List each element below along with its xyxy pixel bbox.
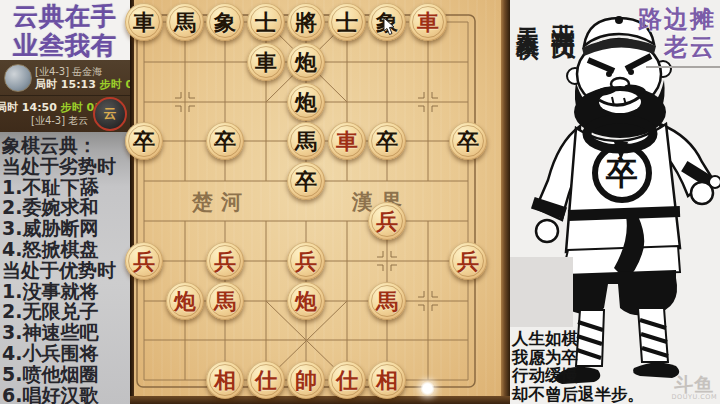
turn-indicator-dot <box>420 381 435 396</box>
piece-black-車[interactable]: 車 <box>125 3 163 41</box>
tip-line: 当处于劣势时 <box>2 156 130 177</box>
piece-glyph: 馬 <box>174 3 196 41</box>
piece-glyph: 仕 <box>255 361 277 399</box>
tips-list: 象棋云典： 当处于劣势时1.不耻下舔2.委婉求和3.威胁断网4.怒掀棋盘当处于优… <box>0 132 130 404</box>
piece-glyph: 兵 <box>457 242 479 280</box>
piece-red-車[interactable]: 車 <box>328 122 366 160</box>
piece-glyph: 炮 <box>295 43 317 81</box>
tip-line: 4.小兵围将 <box>2 343 130 364</box>
piece-red-兵[interactable]: 兵 <box>287 242 325 280</box>
quote-line: 行动缓慢 <box>512 367 644 386</box>
quote-line: 人生如棋 <box>512 330 644 349</box>
game-time-label: 局时 <box>0 101 18 114</box>
piece-glyph: 士 <box>255 3 277 41</box>
player-black-timers: 局时 15:13 步时 01:29 <box>35 78 128 91</box>
piece-glyph: 車 <box>255 43 277 81</box>
piece-red-兵[interactable]: 兵 <box>449 242 487 280</box>
piece-glyph: 馬 <box>295 122 317 160</box>
piece-glyph: 車 <box>417 3 439 41</box>
player-red-row: 局时 14:50 步时 01:30 [业4-3] 老云 云 <box>0 96 130 132</box>
piece-red-仕[interactable]: 仕 <box>328 361 366 399</box>
piece-glyph: 馬 <box>376 282 398 320</box>
piece-black-士[interactable]: 士 <box>328 3 366 41</box>
piece-glyph: 炮 <box>295 83 317 121</box>
piece-red-馬[interactable]: 馬 <box>206 282 244 320</box>
vertical-text-rank: 业三守门员 <box>547 4 579 19</box>
tip-line: 1.不耻下舔 <box>2 177 130 198</box>
quote-block: 人生如棋我愿为卒行动缓慢却不曾后退半步。 <box>512 330 644 404</box>
piece-red-兵[interactable]: 兵 <box>368 202 406 240</box>
piece-black-車[interactable]: 車 <box>247 43 285 81</box>
piece-glyph: 象 <box>214 3 236 41</box>
right-panel: 卒 <box>510 0 720 404</box>
tip-line: 5.喷他烟圈 <box>2 364 130 385</box>
vertical-text-app: 天天象棋 <box>513 9 544 21</box>
piece-black-馬[interactable]: 馬 <box>166 3 204 41</box>
watermark-sub: DOUYU.COM <box>672 393 717 401</box>
tip-line: 1.没事就将 <box>2 281 130 302</box>
title-divider <box>646 66 720 68</box>
piece-glyph: 卒 <box>295 162 317 200</box>
piece-black-馬[interactable]: 馬 <box>287 122 325 160</box>
piece-black-卒[interactable]: 卒 <box>206 122 244 160</box>
mascot-left-fist <box>536 220 558 242</box>
piece-glyph: 兵 <box>214 242 236 280</box>
piece-glyph: 馬 <box>214 282 236 320</box>
piece-glyph: 炮 <box>174 282 196 320</box>
xiangqi-board[interactable]: 楚河 漢界 車馬象士將士象車車炮炮卒卒馬車卒卒卒兵兵兵兵兵炮馬炮馬相仕帥仕相 <box>130 0 510 404</box>
piece-glyph: 卒 <box>133 122 155 160</box>
tip-line: 2.无限兑子 <box>2 301 130 322</box>
game-time-value: 15:13 <box>61 78 96 91</box>
stall-title-line1: 路边摊 <box>638 5 716 33</box>
piece-glyph: 卒 <box>376 122 398 160</box>
tip-line: 3.神速些吧 <box>2 322 130 343</box>
piece-red-相[interactable]: 相 <box>206 361 244 399</box>
mascot-emblem-char: 卒 <box>605 154 638 192</box>
move-time-label: 步时 <box>61 101 83 114</box>
piece-glyph: 兵 <box>133 242 155 280</box>
piece-glyph: 炮 <box>295 282 317 320</box>
piece-black-炮[interactable]: 炮 <box>287 83 325 121</box>
piece-red-車[interactable]: 車 <box>409 3 447 41</box>
piece-glyph: 相 <box>376 361 398 399</box>
piece-glyph: 車 <box>336 122 358 160</box>
piece-glyph: 將 <box>295 3 317 41</box>
piece-red-帥[interactable]: 帥 <box>287 361 325 399</box>
background-block <box>510 257 573 327</box>
banner-line1: 云典在手 <box>0 2 130 31</box>
board-frame-bottom <box>130 396 510 404</box>
game-time-value: 14:50 <box>22 101 57 114</box>
piece-black-卒[interactable]: 卒 <box>449 122 487 160</box>
move-time-label: 步时 <box>100 78 122 91</box>
board-frame-right <box>501 0 510 404</box>
stream-banner: 云典在手 业叁我有 <box>0 0 130 60</box>
piece-glyph: 卒 <box>214 122 236 160</box>
game-time-label: 局时 <box>35 78 57 91</box>
piece-glyph: 帥 <box>295 361 317 399</box>
piece-red-相[interactable]: 相 <box>368 361 406 399</box>
player-red-avatar[interactable]: 云 <box>93 97 127 131</box>
player-black-name: [业4-3] 岳金海 <box>35 65 128 78</box>
piece-glyph: 兵 <box>376 202 398 240</box>
tip-line: 当处于优势时 <box>2 260 130 281</box>
piece-glyph: 仕 <box>336 361 358 399</box>
piece-red-兵[interactable]: 兵 <box>206 242 244 280</box>
tip-line: 2.委婉求和 <box>2 197 130 218</box>
piece-glyph: 士 <box>336 3 358 41</box>
player-red-timers: 局时 14:50 步时 01:30 <box>0 101 93 114</box>
player-red-name: [业4-3] 老云 <box>31 114 93 127</box>
pieces-layer: 車馬象士將士象車車炮炮卒卒馬車卒卒卒兵兵兵兵兵炮馬炮馬相仕帥仕相 <box>134 0 501 396</box>
tips-title: 象棋云典： <box>2 135 130 156</box>
player-black-avatar[interactable] <box>4 64 32 92</box>
piece-black-卒[interactable]: 卒 <box>125 122 163 160</box>
piece-black-將[interactable]: 將 <box>287 3 325 41</box>
quote-line: 我愿为卒 <box>512 349 644 368</box>
piece-glyph: 車 <box>133 3 155 41</box>
player-info-panel: [业4-3] 岳金海 局时 15:13 步时 01:29 局时 14:50 步时… <box>0 60 130 132</box>
piece-red-炮[interactable]: 炮 <box>166 282 204 320</box>
piece-black-士[interactable]: 士 <box>247 3 285 41</box>
piece-black-炮[interactable]: 炮 <box>287 43 325 81</box>
stall-title: 路边摊 老云 <box>638 5 716 61</box>
quote-line: 却不曾后退半步。 <box>512 386 644 404</box>
piece-glyph: 相 <box>214 361 236 399</box>
piece-red-炮[interactable]: 炮 <box>287 282 325 320</box>
piece-red-兵[interactable]: 兵 <box>125 242 163 280</box>
tip-line: 6.唱好汉歌 <box>2 385 130 404</box>
tip-line: 3.威胁断网 <box>2 218 130 239</box>
piece-black-卒[interactable]: 卒 <box>368 122 406 160</box>
player-black-row: [业4-3] 岳金海 局时 15:13 步时 01:29 <box>0 60 130 96</box>
mascot-right-fist <box>691 182 713 204</box>
watermark-logo: 斗鱼 <box>672 375 717 393</box>
banner-line2: 业叁我有 <box>0 31 130 60</box>
stall-title-line2: 老云 <box>638 33 716 61</box>
piece-glyph: 兵 <box>295 242 317 280</box>
left-panel: 云典在手 业叁我有 [业4-3] 岳金海 局时 15:13 步时 01:29 局… <box>0 0 130 404</box>
avatar-piece-glyph: 云 <box>104 105 117 123</box>
watermark: 斗鱼 DOUYU.COM <box>672 375 717 401</box>
piece-black-卒[interactable]: 卒 <box>287 162 325 200</box>
tip-line: 4.怒掀棋盘 <box>2 239 130 260</box>
piece-glyph: 卒 <box>457 122 479 160</box>
piece-black-象[interactable]: 象 <box>206 3 244 41</box>
piece-red-仕[interactable]: 仕 <box>247 361 285 399</box>
piece-red-馬[interactable]: 馬 <box>368 282 406 320</box>
mouse-cursor <box>383 18 396 36</box>
